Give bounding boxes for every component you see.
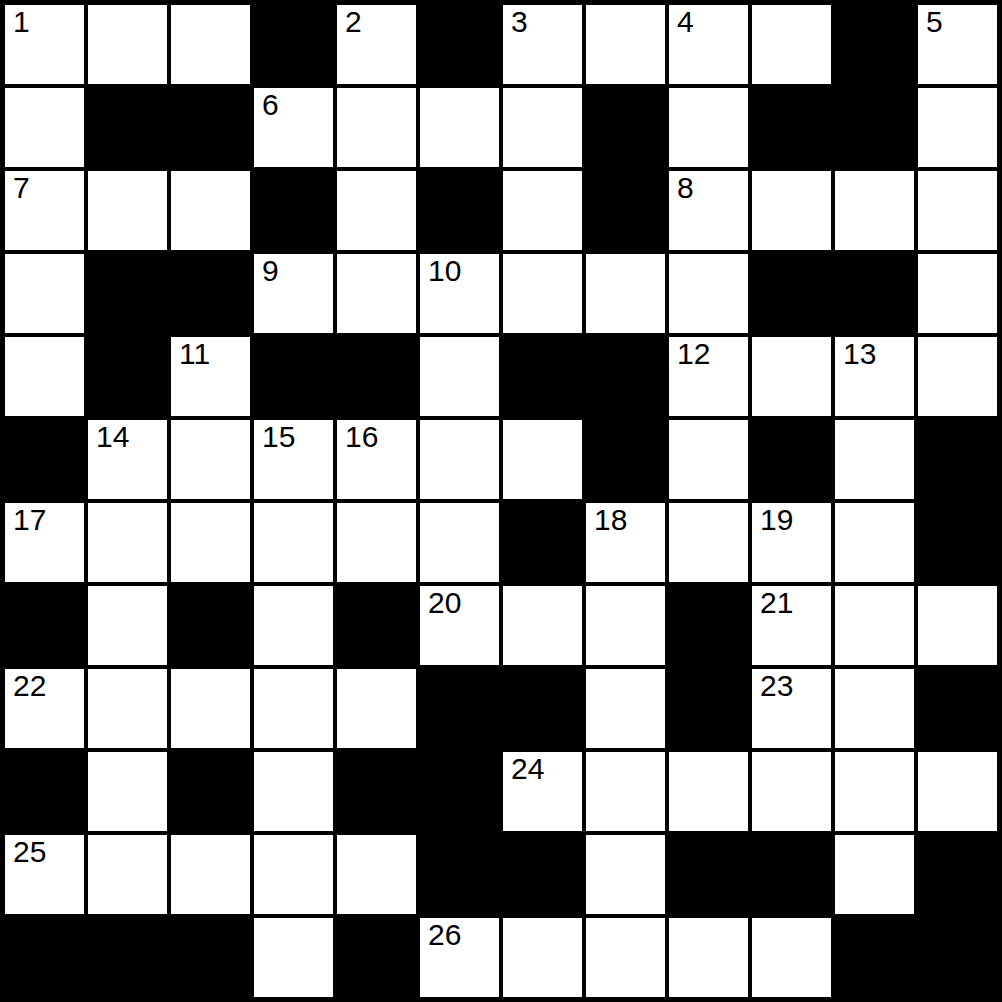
cell-r4c9[interactable]	[752, 337, 831, 416]
clue-number: 10	[428, 255, 461, 287]
cell-r4c11[interactable]	[918, 337, 997, 416]
cell-r3c11[interactable]	[918, 254, 997, 333]
clue-number: 23	[760, 670, 793, 702]
cell-r5c10[interactable]	[835, 420, 914, 499]
clue-number: 25	[13, 836, 46, 868]
block-cell-r8c6	[503, 669, 582, 748]
block-cell-r5c9	[752, 420, 831, 499]
cell-r6c8[interactable]	[669, 503, 748, 582]
cell-r1c5[interactable]	[420, 88, 499, 167]
cell-r5c3[interactable]: 15	[254, 420, 333, 499]
block-cell-r10c9	[752, 835, 831, 914]
block-cell-r2c7	[586, 171, 665, 250]
cell-r5c5[interactable]	[420, 420, 499, 499]
clue-number: 15	[262, 421, 295, 453]
cell-r0c1[interactable]	[88, 5, 167, 84]
block-cell-r10c6	[503, 835, 582, 914]
clue-number: 3	[511, 6, 528, 38]
cell-r8c2[interactable]	[171, 669, 250, 748]
cell-r5c8[interactable]	[669, 420, 748, 499]
cell-r4c2[interactable]: 11	[171, 337, 250, 416]
clue-number: 13	[843, 338, 876, 370]
cell-r7c5[interactable]: 20	[420, 586, 499, 665]
cell-r6c10[interactable]	[835, 503, 914, 582]
cell-r11c5[interactable]: 26	[420, 918, 499, 997]
cell-r6c0[interactable]: 17	[5, 503, 84, 582]
block-cell-r6c6	[503, 503, 582, 582]
cell-r7c7[interactable]	[586, 586, 665, 665]
cell-r7c10[interactable]	[835, 586, 914, 665]
cell-r6c5[interactable]	[420, 503, 499, 582]
cell-r7c6[interactable]	[503, 586, 582, 665]
block-cell-r8c8	[669, 669, 748, 748]
block-cell-r11c0	[5, 918, 84, 997]
cell-r10c1[interactable]	[88, 835, 167, 914]
cell-r3c4[interactable]	[337, 254, 416, 333]
clue-number: 24	[511, 753, 544, 785]
block-cell-r9c5	[420, 752, 499, 831]
cell-r6c9[interactable]: 19	[752, 503, 831, 582]
cell-r7c9[interactable]: 21	[752, 586, 831, 665]
cell-r3c7[interactable]	[586, 254, 665, 333]
cell-r5c4[interactable]: 16	[337, 420, 416, 499]
block-cell-r1c7	[586, 88, 665, 167]
block-cell-r7c0	[5, 586, 84, 665]
block-cell-r3c1	[88, 254, 167, 333]
block-cell-r11c4	[337, 918, 416, 997]
cell-r2c4[interactable]	[337, 171, 416, 250]
block-cell-r7c2	[171, 586, 250, 665]
cell-r8c9[interactable]: 23	[752, 669, 831, 748]
cell-r4c0[interactable]	[5, 337, 84, 416]
clue-number: 1	[13, 6, 30, 38]
cell-r3c6[interactable]	[503, 254, 582, 333]
cell-r10c7[interactable]	[586, 835, 665, 914]
cell-r5c6[interactable]	[503, 420, 582, 499]
block-cell-r10c5	[420, 835, 499, 914]
cell-r3c3[interactable]: 9	[254, 254, 333, 333]
cell-r6c4[interactable]	[337, 503, 416, 582]
block-cell-r1c10	[835, 88, 914, 167]
cell-r10c4[interactable]	[337, 835, 416, 914]
cell-r1c6[interactable]	[503, 88, 582, 167]
clue-number: 11	[179, 338, 210, 370]
block-cell-r10c8	[669, 835, 748, 914]
cell-r8c4[interactable]	[337, 669, 416, 748]
cell-r7c1[interactable]	[88, 586, 167, 665]
block-cell-r11c2	[171, 918, 250, 997]
block-cell-r4c4	[337, 337, 416, 416]
block-cell-r1c2	[171, 88, 250, 167]
block-cell-r11c11	[918, 918, 997, 997]
cell-r7c11[interactable]	[918, 586, 997, 665]
cell-r8c7[interactable]	[586, 669, 665, 748]
clue-number: 7	[13, 172, 30, 204]
cell-r8c1[interactable]	[88, 669, 167, 748]
clue-number: 8	[677, 172, 694, 204]
cell-r9c6[interactable]: 24	[503, 752, 582, 831]
cell-r4c8[interactable]: 12	[669, 337, 748, 416]
cell-r2c1[interactable]	[88, 171, 167, 250]
clue-number: 5	[926, 6, 943, 38]
clue-number: 16	[345, 421, 378, 453]
clue-number: 4	[677, 6, 694, 38]
cell-r8c0[interactable]: 22	[5, 669, 84, 748]
block-cell-r11c10	[835, 918, 914, 997]
cell-r3c8[interactable]	[669, 254, 748, 333]
cell-r9c3[interactable]	[254, 752, 333, 831]
block-cell-r10c11	[918, 835, 997, 914]
crossword-board: 1234567891011121314151617181920212223242…	[0, 0, 1002, 1002]
cell-r9c9[interactable]	[752, 752, 831, 831]
cell-r4c10[interactable]: 13	[835, 337, 914, 416]
clue-number: 26	[428, 919, 461, 951]
block-cell-r0c5	[420, 5, 499, 84]
cell-r2c2[interactable]	[171, 171, 250, 250]
clue-number: 12	[677, 338, 710, 370]
cell-r6c3[interactable]	[254, 503, 333, 582]
block-cell-r2c5	[420, 171, 499, 250]
cell-r0c7[interactable]	[586, 5, 665, 84]
cell-r3c0[interactable]	[5, 254, 84, 333]
cell-r11c8[interactable]	[669, 918, 748, 997]
cell-r0c8[interactable]: 4	[669, 5, 748, 84]
block-cell-r11c1	[88, 918, 167, 997]
clue-number: 22	[13, 670, 46, 702]
cell-r0c0[interactable]: 1	[5, 5, 84, 84]
cell-r9c7[interactable]	[586, 752, 665, 831]
cell-r11c9[interactable]	[752, 918, 831, 997]
cell-r2c10[interactable]	[835, 171, 914, 250]
block-cell-r3c10	[835, 254, 914, 333]
cell-r8c10[interactable]	[835, 669, 914, 748]
cell-r2c8[interactable]: 8	[669, 171, 748, 250]
cell-r10c0[interactable]: 25	[5, 835, 84, 914]
block-cell-r4c1	[88, 337, 167, 416]
cell-r11c7[interactable]	[586, 918, 665, 997]
cell-r4c5[interactable]	[420, 337, 499, 416]
block-cell-r4c3	[254, 337, 333, 416]
block-cell-r1c1	[88, 88, 167, 167]
block-cell-r2c3	[254, 171, 333, 250]
block-cell-r1c9	[752, 88, 831, 167]
cell-r1c4[interactable]	[337, 88, 416, 167]
clue-number: 14	[96, 421, 129, 453]
cell-r11c6[interactable]	[503, 918, 582, 997]
block-cell-r8c11	[918, 669, 997, 748]
cell-r8c3[interactable]	[254, 669, 333, 748]
cell-r5c1[interactable]: 14	[88, 420, 167, 499]
cell-r1c3[interactable]: 6	[254, 88, 333, 167]
block-cell-r9c4	[337, 752, 416, 831]
cell-r6c1[interactable]	[88, 503, 167, 582]
cell-r1c0[interactable]	[5, 88, 84, 167]
block-cell-r7c4	[337, 586, 416, 665]
block-cell-r4c7	[586, 337, 665, 416]
cell-r11c3[interactable]	[254, 918, 333, 997]
cell-r0c9[interactable]	[752, 5, 831, 84]
cell-r7c3[interactable]	[254, 586, 333, 665]
clue-number: 20	[428, 587, 461, 619]
block-cell-r4c6	[503, 337, 582, 416]
cell-r5c2[interactable]	[171, 420, 250, 499]
cell-r1c11[interactable]	[918, 88, 997, 167]
cell-r9c10[interactable]	[835, 752, 914, 831]
block-cell-r0c10	[835, 5, 914, 84]
block-cell-r5c0	[5, 420, 84, 499]
cell-r2c11[interactable]	[918, 171, 997, 250]
block-cell-r9c2	[171, 752, 250, 831]
block-cell-r3c2	[171, 254, 250, 333]
clue-number: 21	[760, 587, 793, 619]
block-cell-r6c11	[918, 503, 997, 582]
cell-r6c7[interactable]: 18	[586, 503, 665, 582]
cell-r2c9[interactable]	[752, 171, 831, 250]
cell-r10c3[interactable]	[254, 835, 333, 914]
clue-number: 2	[345, 6, 362, 38]
block-cell-r5c11	[918, 420, 997, 499]
cell-r9c1[interactable]	[88, 752, 167, 831]
cell-r0c6[interactable]: 3	[503, 5, 582, 84]
block-cell-r8c5	[420, 669, 499, 748]
block-cell-r0c3	[254, 5, 333, 84]
cell-r3c5[interactable]: 10	[420, 254, 499, 333]
cell-r2c0[interactable]: 7	[5, 171, 84, 250]
block-cell-r9c0	[5, 752, 84, 831]
cell-r10c10[interactable]	[835, 835, 914, 914]
cell-r0c4[interactable]: 2	[337, 5, 416, 84]
cell-r6c2[interactable]	[171, 503, 250, 582]
cell-r9c11[interactable]	[918, 752, 997, 831]
cell-r2c6[interactable]	[503, 171, 582, 250]
clue-number: 19	[760, 504, 793, 536]
block-cell-r7c8	[669, 586, 748, 665]
cell-r9c8[interactable]	[669, 752, 748, 831]
clue-number: 17	[13, 504, 46, 536]
crossword-grid: 1234567891011121314151617181920212223242…	[0, 0, 1002, 1002]
clue-number: 18	[594, 504, 627, 536]
clue-number: 9	[262, 255, 279, 287]
block-cell-r5c7	[586, 420, 665, 499]
cell-r0c2[interactable]	[171, 5, 250, 84]
block-cell-r3c9	[752, 254, 831, 333]
cell-r10c2[interactable]	[171, 835, 250, 914]
cell-r0c11[interactable]: 5	[918, 5, 997, 84]
cell-r1c8[interactable]	[669, 88, 748, 167]
clue-number: 6	[262, 89, 279, 121]
